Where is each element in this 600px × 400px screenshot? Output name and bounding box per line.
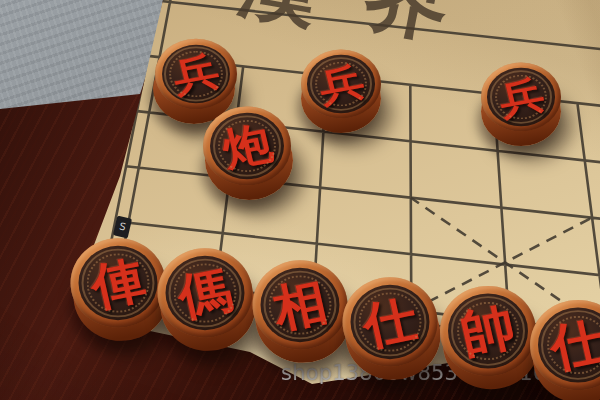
piece-red-advisor-d0[interactable]: 仕 <box>343 277 438 366</box>
piece-character: 帥 <box>456 301 520 361</box>
piece-red-cannon-b2[interactable]: 炮 <box>203 106 291 185</box>
piece-red-general-e0[interactable]: 帥 <box>440 286 536 376</box>
piece-character: 仕 <box>359 292 422 351</box>
piece-character: 炮 <box>218 120 276 172</box>
piece-character: 相 <box>269 275 332 334</box>
photo-stage: 漢 界 S 兵兵兵炮俥傌相仕帥仕 shop13800w85360h1.1688.… <box>0 0 600 400</box>
piece-red-soldier-e3[interactable]: 兵 <box>481 63 561 132</box>
piece-engraved-face: 帥 <box>448 293 529 369</box>
piece-engraved-face: 炮 <box>210 113 284 180</box>
piece-red-chariot-a0[interactable]: 俥 <box>71 238 166 327</box>
pieces-layer: 兵兵兵炮俥傌相仕帥仕 <box>0 0 600 400</box>
piece-character: 俥 <box>87 253 150 312</box>
piece-character: 傌 <box>174 263 237 322</box>
piece-red-horse-b0[interactable]: 傌 <box>158 248 253 337</box>
piece-character: 兵 <box>314 61 367 107</box>
piece-red-soldier-c3[interactable]: 兵 <box>301 50 381 119</box>
piece-character: 兵 <box>494 74 547 120</box>
piece-red-elephant-c0[interactable]: 相 <box>253 260 348 349</box>
piece-red-advisor-f0[interactable]: 仕 <box>530 300 600 390</box>
piece-engraved-face: 傌 <box>165 255 245 330</box>
piece-red-soldier-a3[interactable]: 兵 <box>155 39 237 110</box>
piece-character: 兵 <box>169 51 224 98</box>
piece-character: 仕 <box>546 315 600 375</box>
piece-engraved-face: 相 <box>260 267 340 342</box>
piece-engraved-face: 兵 <box>487 68 554 126</box>
piece-engraved-face: 俥 <box>78 245 158 320</box>
piece-engraved-face: 兵 <box>307 55 374 113</box>
piece-engraved-face: 仕 <box>350 284 430 359</box>
